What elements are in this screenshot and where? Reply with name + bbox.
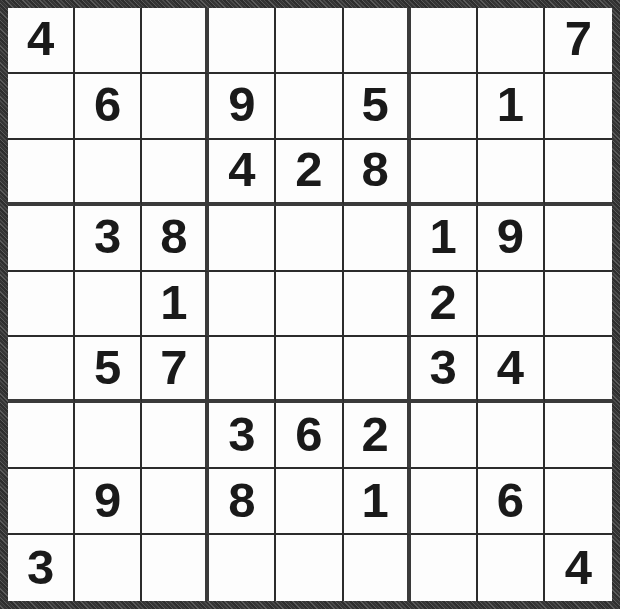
- cell-r3c9[interactable]: [545, 140, 612, 206]
- cell-r5c4[interactable]: [209, 272, 276, 338]
- given-digit: 3: [228, 410, 255, 459]
- cell-r5c3[interactable]: 1: [142, 272, 209, 338]
- cell-r4c5[interactable]: [276, 206, 343, 272]
- cell-r3c2[interactable]: [75, 140, 142, 206]
- cell-r9c4[interactable]: [209, 535, 276, 601]
- cell-r4c3[interactable]: 8: [142, 206, 209, 272]
- cell-r1c6[interactable]: [344, 8, 411, 74]
- cell-r2c7[interactable]: [411, 74, 478, 140]
- given-digit: 6: [497, 476, 524, 525]
- cell-r3c3[interactable]: [142, 140, 209, 206]
- cell-r2c2[interactable]: 6: [75, 74, 142, 140]
- cell-r3c6[interactable]: 8: [344, 140, 411, 206]
- given-digit: 3: [430, 343, 457, 392]
- cell-r6c9[interactable]: [545, 337, 612, 403]
- given-digit: 2: [361, 410, 388, 459]
- cell-r1c5[interactable]: [276, 8, 343, 74]
- cell-r5c5[interactable]: [276, 272, 343, 338]
- given-digit: 8: [361, 145, 388, 194]
- cell-r1c1[interactable]: 4: [8, 8, 75, 74]
- given-digit: 4: [27, 14, 54, 63]
- cell-r5c9[interactable]: [545, 272, 612, 338]
- cell-r1c9[interactable]: 7: [545, 8, 612, 74]
- cell-r7c9[interactable]: [545, 403, 612, 469]
- cell-r4c4[interactable]: [209, 206, 276, 272]
- cell-r2c8[interactable]: 1: [478, 74, 545, 140]
- cell-r6c2[interactable]: 5: [75, 337, 142, 403]
- given-digit: 4: [228, 145, 255, 194]
- cell-r9c3[interactable]: [142, 535, 209, 601]
- cell-r9c6[interactable]: [344, 535, 411, 601]
- cell-r7c8[interactable]: [478, 403, 545, 469]
- cell-r7c5[interactable]: 6: [276, 403, 343, 469]
- cell-r6c3[interactable]: 7: [142, 337, 209, 403]
- given-digit: 1: [361, 476, 388, 525]
- cell-r8c4[interactable]: 8: [209, 469, 276, 535]
- cell-r7c2[interactable]: [75, 403, 142, 469]
- cell-r2c5[interactable]: [276, 74, 343, 140]
- sudoku-board: 4769514283819125734362981634: [0, 0, 620, 609]
- cell-r7c1[interactable]: [8, 403, 75, 469]
- given-digit: 5: [94, 343, 121, 392]
- cell-r6c4[interactable]: [209, 337, 276, 403]
- given-digit: 4: [497, 343, 524, 392]
- cell-r1c8[interactable]: [478, 8, 545, 74]
- cell-r6c6[interactable]: [344, 337, 411, 403]
- cell-r1c4[interactable]: [209, 8, 276, 74]
- given-digit: 3: [94, 212, 121, 261]
- cell-r4c1[interactable]: [8, 206, 75, 272]
- cell-r2c3[interactable]: [142, 74, 209, 140]
- cell-r9c1[interactable]: 3: [8, 535, 75, 601]
- cell-r7c6[interactable]: 2: [344, 403, 411, 469]
- cell-r1c3[interactable]: [142, 8, 209, 74]
- cell-r3c5[interactable]: 2: [276, 140, 343, 206]
- cell-r6c8[interactable]: 4: [478, 337, 545, 403]
- cell-r6c1[interactable]: [8, 337, 75, 403]
- given-digit: 1: [497, 80, 524, 129]
- given-digit: 6: [295, 410, 322, 459]
- given-digit: 6: [94, 80, 121, 129]
- cell-r6c5[interactable]: [276, 337, 343, 403]
- given-digit: 8: [228, 476, 255, 525]
- cell-r2c4[interactable]: 9: [209, 74, 276, 140]
- given-digit: 1: [430, 212, 457, 261]
- cell-r3c8[interactable]: [478, 140, 545, 206]
- cell-r8c9[interactable]: [545, 469, 612, 535]
- cell-r7c4[interactable]: 3: [209, 403, 276, 469]
- cell-r7c3[interactable]: [142, 403, 209, 469]
- given-digit: 4: [565, 543, 592, 592]
- given-digit: 5: [361, 80, 388, 129]
- given-digit: 7: [160, 343, 187, 392]
- cell-r2c6[interactable]: 5: [344, 74, 411, 140]
- given-digit: 1: [160, 278, 187, 327]
- cell-r2c1[interactable]: [8, 74, 75, 140]
- given-digit: 8: [160, 212, 187, 261]
- cell-r8c5[interactable]: [276, 469, 343, 535]
- cell-r9c9[interactable]: 4: [545, 535, 612, 601]
- cell-r4c9[interactable]: [545, 206, 612, 272]
- cell-r5c1[interactable]: [8, 272, 75, 338]
- given-digit: 7: [565, 14, 592, 63]
- given-digit: 9: [228, 80, 255, 129]
- cell-r9c2[interactable]: [75, 535, 142, 601]
- cell-r6c7[interactable]: 3: [411, 337, 478, 403]
- cell-r1c7[interactable]: [411, 8, 478, 74]
- cell-r4c7[interactable]: 1: [411, 206, 478, 272]
- cell-r9c5[interactable]: [276, 535, 343, 601]
- given-digit: 3: [27, 543, 54, 592]
- cell-r3c4[interactable]: 4: [209, 140, 276, 206]
- given-digit: 9: [94, 476, 121, 525]
- cell-r7c7[interactable]: [411, 403, 478, 469]
- given-digit: 2: [295, 145, 322, 194]
- cell-r4c8[interactable]: 9: [478, 206, 545, 272]
- cell-r4c6[interactable]: [344, 206, 411, 272]
- cell-r3c7[interactable]: [411, 140, 478, 206]
- cell-r4c2[interactable]: 3: [75, 206, 142, 272]
- cell-r8c6[interactable]: 1: [344, 469, 411, 535]
- cell-r8c8[interactable]: 6: [478, 469, 545, 535]
- cell-r8c7[interactable]: [411, 469, 478, 535]
- cell-r2c9[interactable]: [545, 74, 612, 140]
- cell-r1c2[interactable]: [75, 8, 142, 74]
- cell-r5c7[interactable]: 2: [411, 272, 478, 338]
- cell-r8c3[interactable]: [142, 469, 209, 535]
- cell-r3c1[interactable]: [8, 140, 75, 206]
- cell-r5c6[interactable]: [344, 272, 411, 338]
- cell-r9c7[interactable]: [411, 535, 478, 601]
- cell-r8c1[interactable]: [8, 469, 75, 535]
- cell-r5c2[interactable]: [75, 272, 142, 338]
- given-digit: 9: [497, 212, 524, 261]
- given-digit: 2: [430, 278, 457, 327]
- cell-r8c2[interactable]: 9: [75, 469, 142, 535]
- cell-r5c8[interactable]: [478, 272, 545, 338]
- cell-r9c8[interactable]: [478, 535, 545, 601]
